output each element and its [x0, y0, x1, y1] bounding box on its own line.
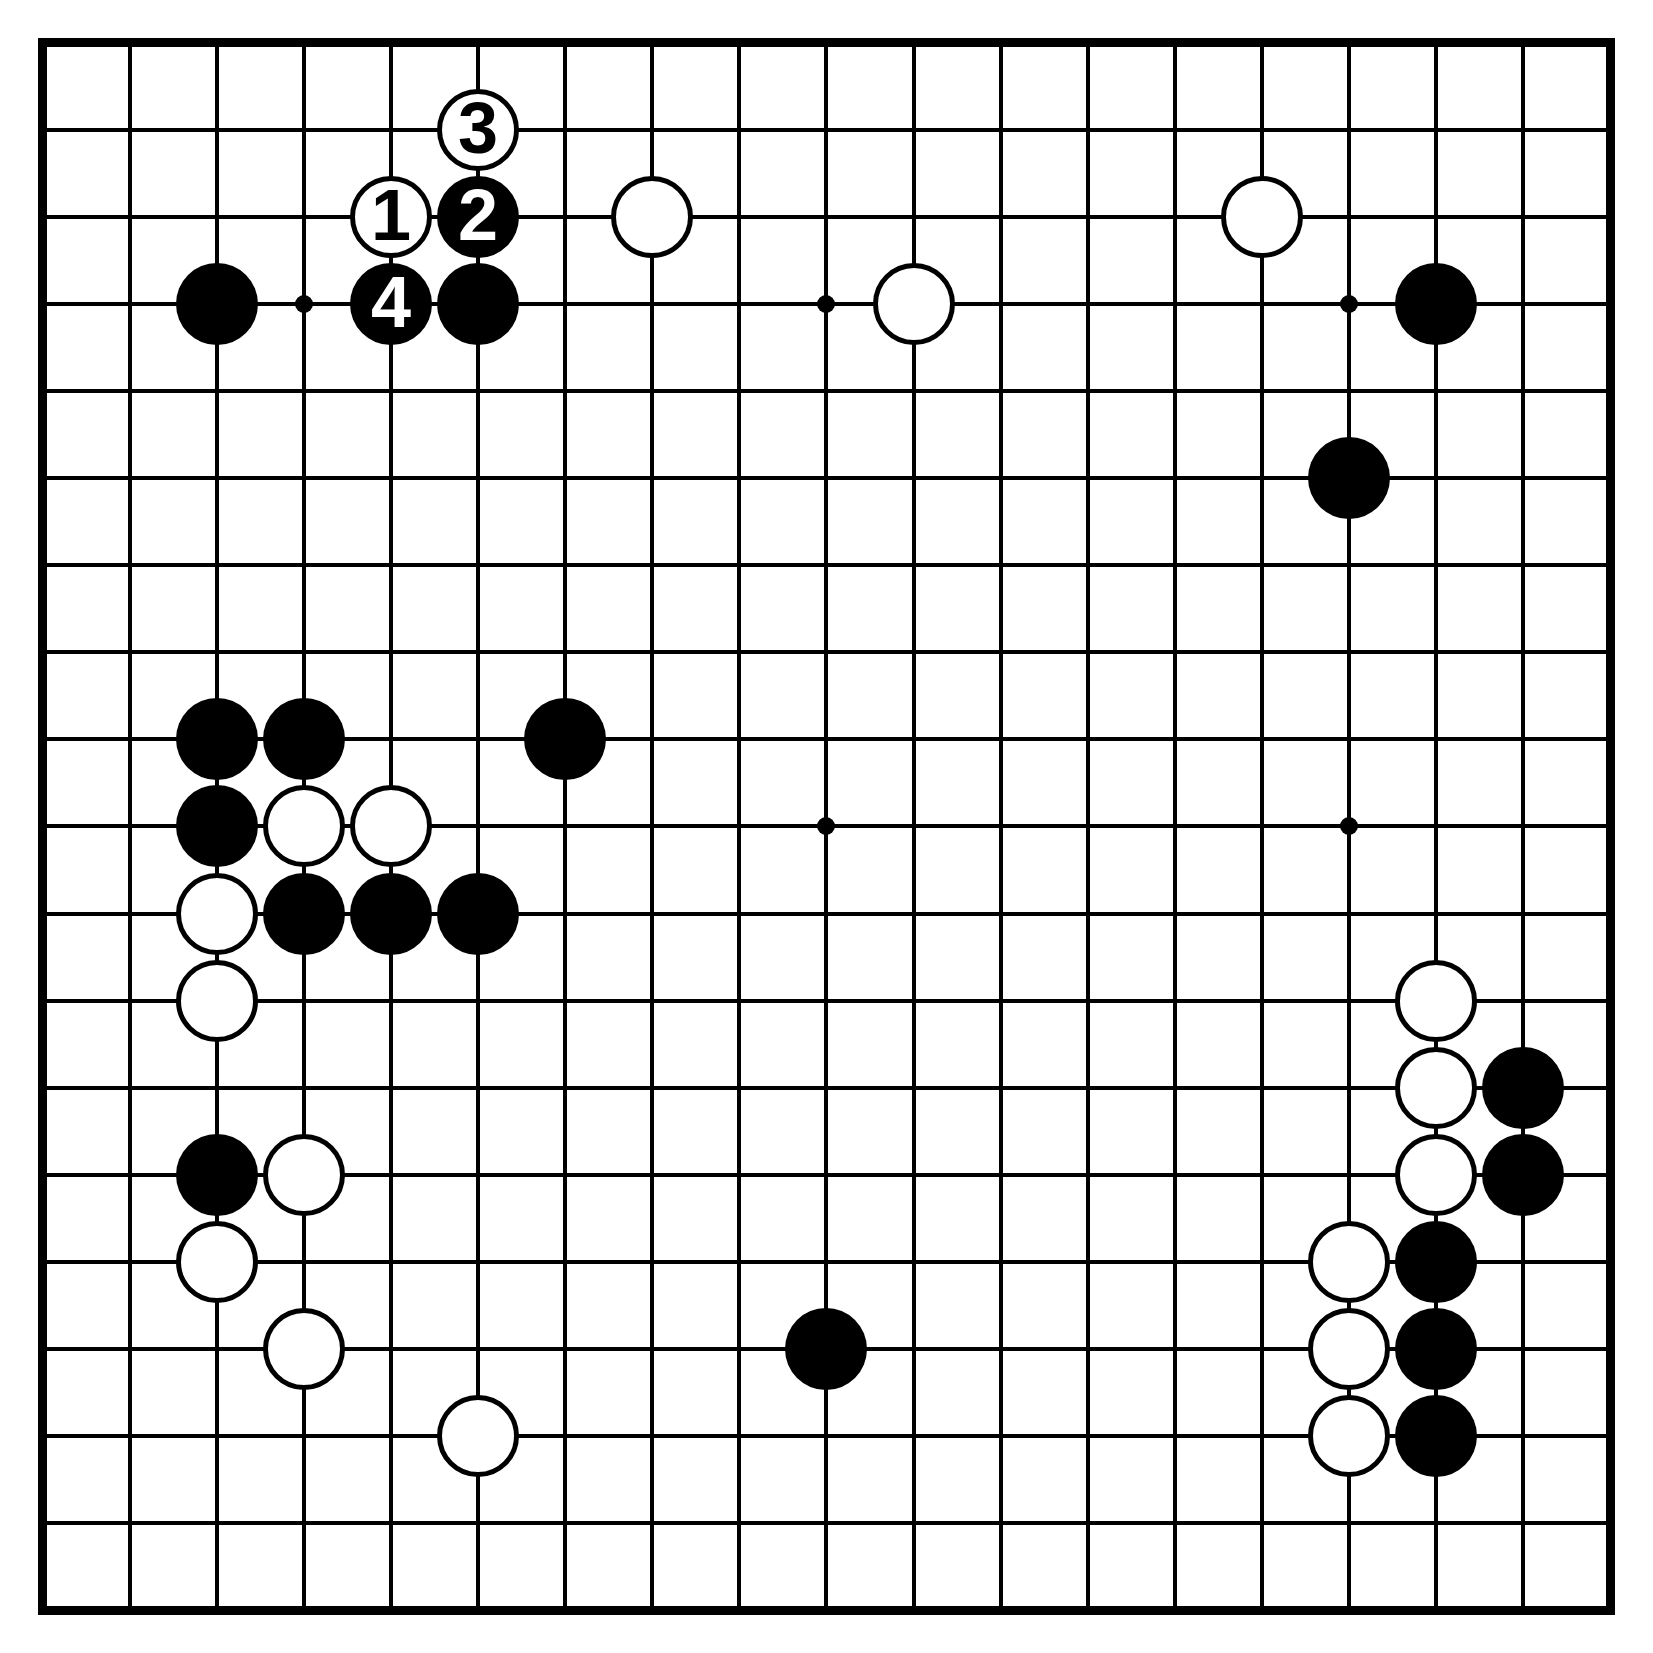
stone-white-move-3: 3: [437, 89, 519, 171]
stone-white: [437, 1395, 519, 1477]
grid-line-horizontal: [41, 1608, 1613, 1612]
grid-line-vertical: [1608, 41, 1612, 1613]
stone-black: [176, 1134, 258, 1216]
stone-white: [263, 1308, 345, 1390]
stone-black: [263, 873, 345, 955]
grid-line-vertical: [1173, 41, 1177, 1613]
stone-white: [263, 1134, 345, 1216]
stone-white: [1395, 1134, 1477, 1216]
stone-white: [1395, 1047, 1477, 1129]
grid-line-vertical: [1086, 41, 1090, 1613]
stone-black: [1395, 263, 1477, 345]
stone-black: [524, 698, 606, 780]
stone-black: [176, 785, 258, 867]
move-number-label: 3: [458, 92, 498, 164]
stone-black: [1395, 1221, 1477, 1303]
stone-black: [1395, 1308, 1477, 1390]
stone-black-move-4: 4: [350, 263, 432, 345]
star-point: [1340, 295, 1358, 313]
stone-white: [176, 960, 258, 1042]
stone-white: [350, 785, 432, 867]
stone-white: [176, 873, 258, 955]
stone-white: [873, 263, 955, 345]
stone-black: [437, 263, 519, 345]
stone-black: [350, 873, 432, 955]
stone-white: [1308, 1221, 1390, 1303]
star-point: [295, 295, 313, 313]
grid-line-horizontal: [41, 1521, 1613, 1525]
grid-line-vertical: [1260, 41, 1264, 1613]
grid-line-vertical: [999, 41, 1003, 1613]
stone-black: [437, 873, 519, 955]
stone-white: [176, 1221, 258, 1303]
stone-black: [176, 698, 258, 780]
go-board: 3124: [0, 0, 1653, 1653]
stone-white: [1308, 1395, 1390, 1477]
stone-black: [263, 698, 345, 780]
grid-line-horizontal: [41, 1086, 1613, 1090]
stone-white-move-1: 1: [350, 176, 432, 258]
move-number-label: 4: [371, 266, 411, 338]
move-number-label: 1: [371, 179, 411, 251]
stone-white: [263, 785, 345, 867]
stone-white: [1308, 1308, 1390, 1390]
stone-black: [1308, 437, 1390, 519]
stone-white: [1395, 960, 1477, 1042]
stone-white: [611, 176, 693, 258]
grid-line-horizontal: [41, 999, 1613, 1003]
stone-black: [1395, 1395, 1477, 1477]
stone-black: [1482, 1134, 1564, 1216]
stone-black: [176, 263, 258, 345]
stone-white: [1221, 176, 1303, 258]
move-number-label: 2: [458, 179, 498, 251]
grid-line-vertical: [1521, 41, 1525, 1613]
stone-black-move-2: 2: [437, 176, 519, 258]
stone-black: [1482, 1047, 1564, 1129]
